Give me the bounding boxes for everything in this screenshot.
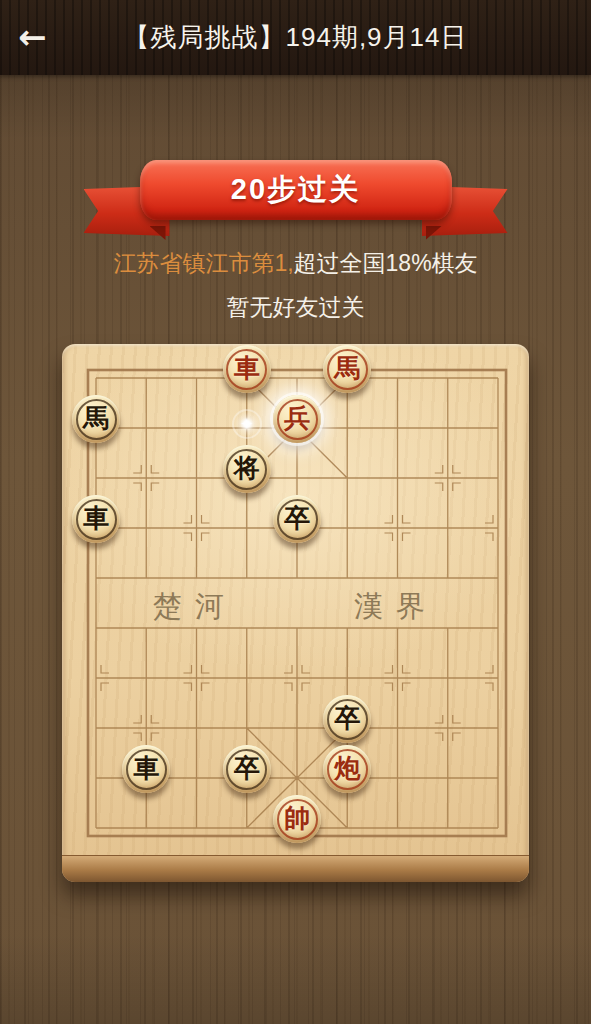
challenge-ribbon: 20步过关 xyxy=(84,160,508,248)
piece-black-卒[interactable]: 卒 xyxy=(273,495,321,543)
river-text-right: 漢界 xyxy=(354,590,438,622)
piece-glyph: 炮 xyxy=(327,749,368,790)
piece-red-馬[interactable]: 馬 xyxy=(323,345,371,393)
rank-line: 江苏省镇江市第1,超过全国18%棋友 xyxy=(0,248,591,279)
ribbon-band: 20步过关 xyxy=(140,160,452,220)
piece-glyph: 馬 xyxy=(327,349,368,390)
top-bar: ← 【残局挑战】194期,9月14日 xyxy=(0,0,591,75)
piece-glyph: 車 xyxy=(126,749,167,790)
piece-red-帥[interactable]: 帥 xyxy=(273,795,321,843)
back-arrow-icon[interactable]: ← xyxy=(18,19,47,53)
piece-black-卒[interactable]: 卒 xyxy=(223,745,271,793)
piece-glyph: 兵 xyxy=(277,399,318,440)
piece-glyph: 車 xyxy=(226,349,267,390)
piece-glyph: 将 xyxy=(226,449,267,490)
sparkle-icon: ✦ xyxy=(240,415,253,433)
piece-black-馬[interactable]: 馬 xyxy=(72,395,120,443)
friends-status-text: 暂无好友过关 xyxy=(0,292,591,323)
piece-glyph: 帥 xyxy=(277,799,318,840)
piece-glyph: 馬 xyxy=(76,399,117,440)
board-bottom-bevel xyxy=(62,855,529,882)
piece-glyph: 卒 xyxy=(277,499,318,540)
piece-red-車[interactable]: 車 xyxy=(223,345,271,393)
piece-glyph: 卒 xyxy=(327,699,368,740)
piece-red-兵[interactable]: 兵 xyxy=(273,395,321,443)
piece-black-将[interactable]: 将 xyxy=(223,445,271,493)
piece-black-車[interactable]: 車 xyxy=(72,495,120,543)
piece-black-卒[interactable]: 卒 xyxy=(323,695,371,743)
river-text-left: 楚河 xyxy=(153,590,237,622)
rank-percent-text: 超过全国18%棋友 xyxy=(294,250,478,276)
piece-black-車[interactable]: 車 xyxy=(122,745,170,793)
last-move-origin-marker: ✦ xyxy=(232,409,262,439)
piece-red-炮[interactable]: 炮 xyxy=(323,745,371,793)
piece-glyph: 卒 xyxy=(226,749,267,790)
steps-goal-label: 20步过关 xyxy=(231,170,360,210)
piece-glyph: 車 xyxy=(76,499,117,540)
rank-region-text: 江苏省镇江市第1, xyxy=(113,250,293,276)
page-title: 【残局挑战】194期,9月14日 xyxy=(124,20,468,55)
xiangqi-board[interactable]: 楚河 漢界 車馬馬兵将車卒卒車卒炮帥✦ xyxy=(62,344,529,882)
